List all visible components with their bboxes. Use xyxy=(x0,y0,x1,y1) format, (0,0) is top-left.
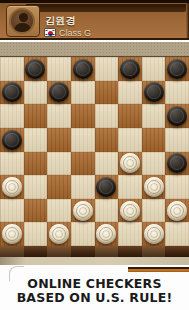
board-cell-r2c6[interactable] xyxy=(118,81,142,105)
board-cell-r4c7[interactable] xyxy=(142,128,166,152)
table-fabric-strip xyxy=(0,42,189,57)
board-cell-r7c3[interactable] xyxy=(47,199,71,223)
board-cell-r8c6[interactable] xyxy=(118,222,142,246)
board-cell-r5c5[interactable] xyxy=(95,152,119,176)
checker-piece-black[interactable] xyxy=(167,106,187,126)
board-cell-r5c6[interactable] xyxy=(118,152,142,176)
checker-piece-black[interactable] xyxy=(49,82,69,102)
board-cell-r6c3[interactable] xyxy=(47,175,71,199)
player-name: 김원경 xyxy=(45,14,76,28)
checker-piece-white[interactable] xyxy=(120,201,140,221)
board-cell-r4c2[interactable] xyxy=(24,128,48,152)
table-front-surface xyxy=(0,257,189,265)
board-cell-r2c7[interactable] xyxy=(142,81,166,105)
checker-piece-black[interactable] xyxy=(167,59,187,79)
board-cell-r7c2[interactable] xyxy=(24,199,48,223)
checker-piece-white[interactable] xyxy=(144,177,164,197)
board-cell-r7c1[interactable] xyxy=(0,199,24,223)
checker-piece-white[interactable] xyxy=(49,224,69,244)
board-cell-r5c8[interactable] xyxy=(165,152,189,176)
checker-piece-white[interactable] xyxy=(144,224,164,244)
south-korea-flag-icon xyxy=(44,28,56,37)
board-cell-r8c7[interactable] xyxy=(142,222,166,246)
board-cell-r2c5[interactable] xyxy=(95,81,119,105)
checker-piece-white[interactable] xyxy=(167,201,187,221)
board-cell-r8c4[interactable] xyxy=(71,222,95,246)
board-cell-r6c7[interactable] xyxy=(142,175,166,199)
board-cell-r8c5[interactable] xyxy=(95,222,119,246)
board-cell-r1c8[interactable] xyxy=(165,57,189,81)
checkers-app-screenshot: 김원경 Class G ONLINE CHECKERS BASED ON U.S… xyxy=(0,0,189,310)
board-cell-r6c2[interactable] xyxy=(24,175,48,199)
checker-piece-white[interactable] xyxy=(96,224,116,244)
board-cell-r2c3[interactable] xyxy=(47,81,71,105)
checker-piece-white[interactable] xyxy=(2,177,22,197)
board-cell-r5c4[interactable] xyxy=(71,152,95,176)
board-cell-r4c4[interactable] xyxy=(71,128,95,152)
board-cell-r7c5[interactable] xyxy=(95,199,119,223)
board-cell-r1c3[interactable] xyxy=(47,57,71,81)
board-cell-r6c1[interactable] xyxy=(0,175,24,199)
board-cell-r3c6[interactable] xyxy=(118,104,142,128)
panel-groove xyxy=(26,4,186,12)
checker-piece-black[interactable] xyxy=(2,130,22,150)
board-cell-r2c2[interactable] xyxy=(24,81,48,105)
board-cell-r4c8[interactable] xyxy=(165,128,189,152)
board-cell-r3c7[interactable] xyxy=(142,104,166,128)
board-cell-r4c6[interactable] xyxy=(118,128,142,152)
board-cell-r4c3[interactable] xyxy=(47,128,71,152)
checker-piece-black[interactable] xyxy=(120,59,140,79)
board-cell-r5c2[interactable] xyxy=(24,152,48,176)
checker-piece-white[interactable] xyxy=(2,224,22,244)
board-cell-r7c8[interactable] xyxy=(165,199,189,223)
board-cell-r5c3[interactable] xyxy=(47,152,71,176)
checker-piece-black[interactable] xyxy=(25,59,45,79)
checker-piece-white[interactable] xyxy=(73,201,93,221)
caption-banner: ONLINE CHECKERS BASED ON U.S. RULE! xyxy=(0,265,189,310)
board-cell-r5c1[interactable] xyxy=(0,152,24,176)
caption-line-2: BASED ON U.S. RULE! xyxy=(0,290,189,306)
player-avatar-icon xyxy=(9,8,35,34)
board-cell-r2c4[interactable] xyxy=(71,81,95,105)
board-cell-r3c3[interactable] xyxy=(47,104,71,128)
table-edge-stripe xyxy=(128,267,189,272)
board-cell-r7c4[interactable] xyxy=(71,199,95,223)
board-cell-r3c8[interactable] xyxy=(165,104,189,128)
player-info-panel: 김원경 Class G xyxy=(0,0,189,40)
board-cell-r6c4[interactable] xyxy=(71,175,95,199)
board-cell-r2c1[interactable] xyxy=(0,81,24,105)
board-cell-r3c2[interactable] xyxy=(24,104,48,128)
board-cell-r3c1[interactable] xyxy=(0,104,24,128)
board-cell-r4c5[interactable] xyxy=(95,128,119,152)
board-cell-r1c6[interactable] xyxy=(118,57,142,81)
board-cell-r2c8[interactable] xyxy=(165,81,189,105)
board-cell-r4c1[interactable] xyxy=(0,128,24,152)
player-class-label: Class G xyxy=(59,28,91,38)
checker-piece-white[interactable] xyxy=(120,153,140,173)
board-cell-r8c8[interactable] xyxy=(165,222,189,246)
board-cell-r1c1[interactable] xyxy=(0,57,24,81)
checker-piece-black[interactable] xyxy=(2,82,22,102)
board-cell-r8c1[interactable] xyxy=(0,222,24,246)
board-cell-r3c5[interactable] xyxy=(95,104,119,128)
board-cell-r5c7[interactable] xyxy=(142,152,166,176)
player-meta-row: Class G xyxy=(44,27,91,38)
board-cell-r6c8[interactable] xyxy=(165,175,189,199)
board-cell-r1c7[interactable] xyxy=(142,57,166,81)
board-cell-r1c5[interactable] xyxy=(95,57,119,81)
checkers-board[interactable] xyxy=(0,57,189,246)
checker-piece-black[interactable] xyxy=(167,153,187,173)
board-front-edge xyxy=(0,246,189,257)
board-cell-r8c2[interactable] xyxy=(24,222,48,246)
checker-piece-black[interactable] xyxy=(144,82,164,102)
board-cell-r3c4[interactable] xyxy=(71,104,95,128)
board-cell-r7c7[interactable] xyxy=(142,199,166,223)
board-cell-r1c4[interactable] xyxy=(71,57,95,81)
player-avatar-button[interactable] xyxy=(6,5,40,37)
checker-piece-black[interactable] xyxy=(96,177,116,197)
board-cell-r6c5[interactable] xyxy=(95,175,119,199)
board-cell-r1c2[interactable] xyxy=(24,57,48,81)
panel-edge-shadow xyxy=(186,3,189,38)
board-cell-r6c6[interactable] xyxy=(118,175,142,199)
board-cell-r7c6[interactable] xyxy=(118,199,142,223)
checker-piece-black[interactable] xyxy=(73,59,93,79)
board-cell-r8c3[interactable] xyxy=(47,222,71,246)
